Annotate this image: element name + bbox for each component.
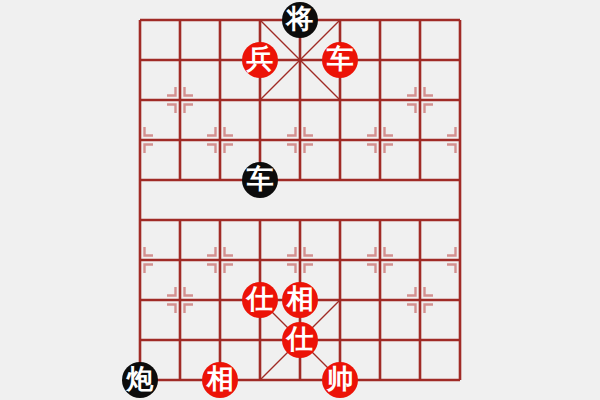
board-point: 相 (200, 360, 240, 400)
piece-glyph: 相 (287, 281, 314, 317)
piece-glyph: 相 (207, 361, 234, 397)
board-point: 车 (320, 40, 360, 80)
piece-red-pawn[interactable]: 兵 (242, 42, 278, 78)
piece-red-advisor-b[interactable]: 仕 (282, 322, 318, 358)
piece-glyph: 仕 (247, 281, 274, 317)
piece-red-chariot[interactable]: 车 (322, 42, 358, 78)
board-point: 兵 (240, 40, 280, 80)
piece-black-chariot[interactable]: 车 (242, 162, 278, 198)
piece-glyph: 兵 (247, 41, 274, 77)
board-point: 炮 (120, 360, 160, 400)
xiangqi-diagram: 将兵车车仕相仕炮相帅 (0, 0, 600, 400)
board-point: 相 (280, 280, 320, 320)
xiangqi-board[interactable]: 将兵车车仕相仕炮相帅 (120, 0, 480, 400)
piece-red-general[interactable]: 帅 (322, 362, 358, 398)
board-point: 将 (280, 0, 320, 40)
piece-red-advisor-a[interactable]: 仕 (242, 282, 278, 318)
piece-glyph: 车 (247, 161, 274, 197)
board-point: 帅 (320, 360, 360, 400)
piece-red-elephant-b[interactable]: 相 (202, 362, 238, 398)
piece-red-elephant-a[interactable]: 相 (282, 282, 318, 318)
board-point: 仕 (240, 280, 280, 320)
piece-glyph: 将 (287, 1, 314, 37)
piece-glyph: 仕 (287, 321, 314, 357)
board-point: 车 (240, 160, 280, 200)
piece-black-general[interactable]: 将 (282, 2, 318, 38)
piece-black-cannon[interactable]: 炮 (122, 362, 158, 398)
piece-glyph: 车 (327, 41, 354, 77)
piece-glyph: 帅 (327, 361, 354, 397)
piece-glyph: 炮 (127, 361, 154, 397)
board-point: 仕 (280, 320, 320, 360)
